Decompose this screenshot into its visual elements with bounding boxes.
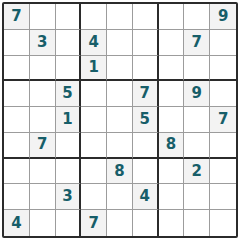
cell-r5c2[interactable] <box>30 107 56 133</box>
cell-r5c9[interactable]: 7 <box>210 107 236 133</box>
cell-r4c6[interactable]: 7 <box>133 81 159 107</box>
cell-r6c1[interactable] <box>4 133 30 159</box>
cell-r7c5[interactable]: 8 <box>107 159 133 185</box>
cell-r1c6[interactable] <box>133 4 159 30</box>
cell-r5c1[interactable] <box>4 107 30 133</box>
cell-r1c1[interactable]: 7 <box>4 4 30 30</box>
cell-r2c3[interactable] <box>56 30 82 56</box>
cell-r2c5[interactable] <box>107 30 133 56</box>
cell-r4c4[interactable] <box>81 81 107 107</box>
cell-r6c4[interactable] <box>81 133 107 159</box>
cell-r6c9[interactable] <box>210 133 236 159</box>
cell-r1c7[interactable] <box>159 4 185 30</box>
cell-r9c7[interactable] <box>159 210 185 236</box>
cell-r8c1[interactable] <box>4 184 30 210</box>
cell-r1c2[interactable] <box>30 4 56 30</box>
cell-r5c7[interactable] <box>159 107 185 133</box>
cell-r7c8[interactable]: 2 <box>184 159 210 185</box>
cell-r2c2[interactable]: 3 <box>30 30 56 56</box>
cell-r1c9[interactable]: 9 <box>210 4 236 30</box>
cell-r6c5[interactable] <box>107 133 133 159</box>
cell-r4c9[interactable] <box>210 81 236 107</box>
cell-r3c5[interactable] <box>107 56 133 82</box>
cell-r7c1[interactable] <box>4 159 30 185</box>
cell-r9c5[interactable] <box>107 210 133 236</box>
sudoku-board-frame: 79347157915778823447 <box>2 2 238 238</box>
cell-r2c4[interactable]: 4 <box>81 30 107 56</box>
cell-r7c9[interactable] <box>210 159 236 185</box>
cell-r3c6[interactable] <box>133 56 159 82</box>
cell-r8c8[interactable] <box>184 184 210 210</box>
cell-r2c7[interactable] <box>159 30 185 56</box>
cell-r8c4[interactable] <box>81 184 107 210</box>
cell-r9c3[interactable] <box>56 210 82 236</box>
cell-r5c5[interactable] <box>107 107 133 133</box>
cell-r6c3[interactable] <box>56 133 82 159</box>
cell-r7c6[interactable] <box>133 159 159 185</box>
cell-r5c3[interactable]: 1 <box>56 107 82 133</box>
cell-r9c2[interactable] <box>30 210 56 236</box>
cell-r1c4[interactable] <box>81 4 107 30</box>
cell-r5c8[interactable] <box>184 107 210 133</box>
cell-r4c5[interactable] <box>107 81 133 107</box>
cell-r9c4[interactable]: 7 <box>81 210 107 236</box>
cell-r8c3[interactable]: 3 <box>56 184 82 210</box>
cell-r4c1[interactable] <box>4 81 30 107</box>
sudoku-board: 79347157915778823447 <box>2 2 238 238</box>
cell-r9c9[interactable] <box>210 210 236 236</box>
cell-r3c1[interactable] <box>4 56 30 82</box>
cell-r6c7[interactable]: 8 <box>159 133 185 159</box>
cell-r4c2[interactable] <box>30 81 56 107</box>
cell-r7c4[interactable] <box>81 159 107 185</box>
cell-r9c6[interactable] <box>133 210 159 236</box>
cell-r9c1[interactable]: 4 <box>4 210 30 236</box>
cell-r1c5[interactable] <box>107 4 133 30</box>
cell-r3c7[interactable] <box>159 56 185 82</box>
cell-r6c6[interactable] <box>133 133 159 159</box>
cell-r1c3[interactable] <box>56 4 82 30</box>
cell-r8c2[interactable] <box>30 184 56 210</box>
cell-r2c6[interactable] <box>133 30 159 56</box>
cell-r5c6[interactable]: 5 <box>133 107 159 133</box>
cell-r8c6[interactable]: 4 <box>133 184 159 210</box>
cell-r3c2[interactable] <box>30 56 56 82</box>
cell-r2c9[interactable] <box>210 30 236 56</box>
cell-r7c2[interactable] <box>30 159 56 185</box>
cell-r2c1[interactable] <box>4 30 30 56</box>
cell-r3c8[interactable] <box>184 56 210 82</box>
cell-r4c7[interactable] <box>159 81 185 107</box>
cell-r1c8[interactable] <box>184 4 210 30</box>
cell-r5c4[interactable] <box>81 107 107 133</box>
cell-r6c8[interactable] <box>184 133 210 159</box>
cell-r7c7[interactable] <box>159 159 185 185</box>
cell-r3c9[interactable] <box>210 56 236 82</box>
cell-r2c8[interactable]: 7 <box>184 30 210 56</box>
cell-r6c2[interactable]: 7 <box>30 133 56 159</box>
cell-r8c7[interactable] <box>159 184 185 210</box>
cell-r3c4[interactable]: 1 <box>81 56 107 82</box>
cell-r8c9[interactable] <box>210 184 236 210</box>
cell-r4c3[interactable]: 5 <box>56 81 82 107</box>
cell-r8c5[interactable] <box>107 184 133 210</box>
cell-r4c8[interactable]: 9 <box>184 81 210 107</box>
cell-r7c3[interactable] <box>56 159 82 185</box>
cell-r3c3[interactable] <box>56 56 82 82</box>
cell-r9c8[interactable] <box>184 210 210 236</box>
